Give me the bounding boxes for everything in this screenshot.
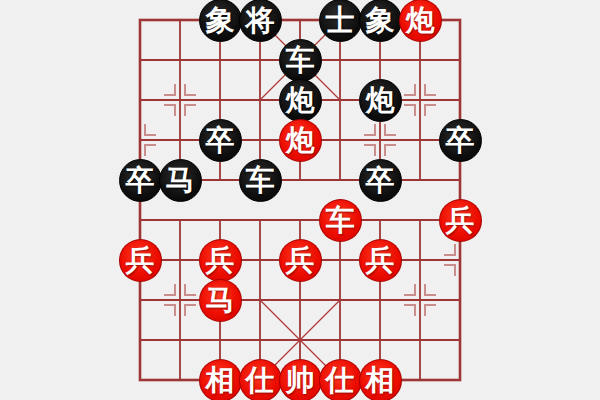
piece-red-general[interactable]: 帅: [279, 359, 322, 400]
board-point-2-5: 马: [160, 160, 200, 200]
piece-black-general[interactable]: 将: [239, 0, 282, 42]
board-point-7-5: 卒: [360, 160, 400, 200]
piece-red-chariot[interactable]: 车: [319, 199, 362, 242]
board-point-3-1: 象: [200, 0, 240, 40]
piece-red-advisor[interactable]: 仕: [239, 359, 282, 400]
board-point-6-1: 士: [320, 0, 360, 40]
piece-black-cannon[interactable]: 炮: [359, 79, 402, 122]
piece-red-advisor[interactable]: 仕: [319, 359, 362, 400]
board-point-1-7: 兵: [120, 240, 160, 280]
board-points: 象将士象炮车炮炮卒炮卒卒马车卒车兵兵兵兵兵马相仕帅仕相: [120, 0, 480, 400]
board-point-4-10: 仕: [240, 360, 280, 400]
piece-black-elephant[interactable]: 象: [359, 0, 402, 42]
board-point-7-3: 炮: [360, 80, 400, 120]
board-point-7-1: 象: [360, 0, 400, 40]
piece-red-soldier[interactable]: 兵: [199, 239, 242, 282]
piece-red-elephant[interactable]: 相: [199, 359, 242, 400]
piece-red-cannon[interactable]: 炮: [279, 119, 322, 162]
piece-red-elephant[interactable]: 相: [359, 359, 402, 400]
piece-red-soldier[interactable]: 兵: [359, 239, 402, 282]
piece-red-soldier[interactable]: 兵: [119, 239, 162, 282]
board-point-9-4: 卒: [440, 120, 480, 160]
board-point-3-4: 卒: [200, 120, 240, 160]
xiangqi-board[interactable]: 象将士象炮车炮炮卒炮卒卒马车卒车兵兵兵兵兵马相仕帅仕相: [0, 0, 600, 400]
piece-black-soldier[interactable]: 卒: [359, 159, 402, 202]
piece-black-cannon[interactable]: 炮: [279, 79, 322, 122]
board-point-9-6: 兵: [440, 200, 480, 240]
piece-black-advisor[interactable]: 士: [319, 0, 362, 42]
board-point-5-2: 车: [280, 40, 320, 80]
board-point-5-10: 帅: [280, 360, 320, 400]
board-point-7-10: 相: [360, 360, 400, 400]
piece-black-soldier[interactable]: 卒: [439, 119, 482, 162]
board-point-3-10: 相: [200, 360, 240, 400]
board-point-3-7: 兵: [200, 240, 240, 280]
board-point-6-6: 车: [320, 200, 360, 240]
board-point-1-5: 卒: [120, 160, 160, 200]
piece-red-soldier[interactable]: 兵: [439, 199, 482, 242]
board-point-6-10: 仕: [320, 360, 360, 400]
board-point-5-3: 炮: [280, 80, 320, 120]
piece-black-soldier[interactable]: 卒: [199, 119, 242, 162]
board-point-3-8: 马: [200, 280, 240, 320]
piece-black-elephant[interactable]: 象: [199, 0, 242, 42]
board-point-5-4: 炮: [280, 120, 320, 160]
piece-black-chariot[interactable]: 车: [239, 159, 282, 202]
board-point-4-1: 将: [240, 0, 280, 40]
board-point-5-7: 兵: [280, 240, 320, 280]
piece-red-cannon[interactable]: 炮: [399, 0, 442, 42]
board-point-7-7: 兵: [360, 240, 400, 280]
piece-red-soldier[interactable]: 兵: [279, 239, 322, 282]
board-point-4-5: 车: [240, 160, 280, 200]
piece-black-soldier[interactable]: 卒: [119, 159, 162, 202]
piece-black-chariot[interactable]: 车: [279, 39, 322, 82]
piece-red-horse[interactable]: 马: [199, 279, 242, 322]
xiangqi-app: 象将士象炮车炮炮卒炮卒卒马车卒车兵兵兵兵兵马相仕帅仕相: [0, 0, 600, 400]
board-point-8-1: 炮: [400, 0, 440, 40]
piece-black-horse[interactable]: 马: [159, 159, 202, 202]
